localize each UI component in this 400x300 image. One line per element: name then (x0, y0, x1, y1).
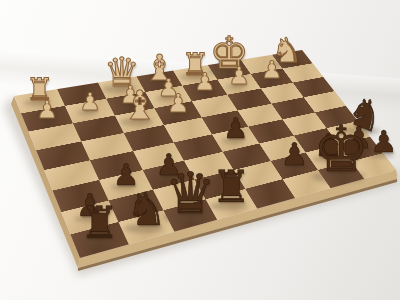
table-surface: ♜♞♛♜♚♟♟♟♟♟♟♝♟♟♟♟♟♟♟♟♜♛♝♜♚♞♞♟♟ (0, 0, 400, 300)
white-bishop[interactable]: ♝ (115, 85, 163, 125)
white-pawn[interactable]: ♟ (190, 70, 219, 94)
white-pawn[interactable]: ♟ (33, 98, 62, 122)
white-pawn[interactable]: ♟ (225, 64, 254, 88)
black-rook[interactable]: ♜ (73, 201, 126, 245)
white-pawn[interactable]: ♟ (163, 91, 194, 117)
black-knight[interactable]: ♞ (119, 187, 174, 233)
piece-layer: ♜♞♛♜♚♟♟♟♟♟♟♝♟♟♟♟♟♟♟♟♜♛♝♜♚♞♞♟♟ (0, 0, 400, 300)
black-pawn[interactable]: ♟ (219, 115, 253, 143)
black-king[interactable]: ♚ (304, 119, 379, 182)
white-pawn[interactable]: ♟ (75, 90, 104, 114)
white-pawn[interactable]: ♟ (257, 58, 286, 82)
